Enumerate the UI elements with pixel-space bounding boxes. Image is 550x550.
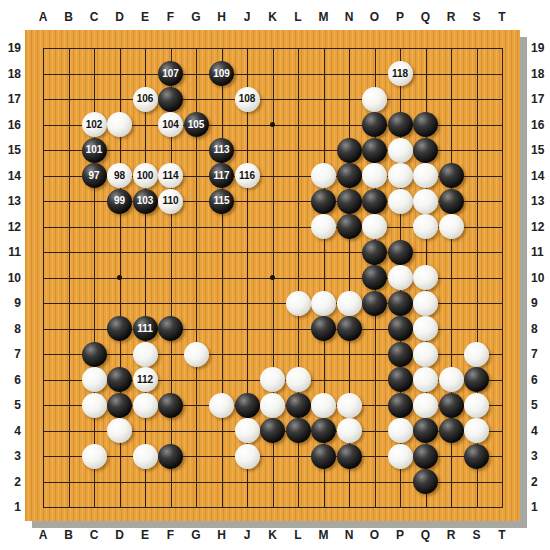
coord-label-right-17: 17 <box>531 92 550 106</box>
coord-label-left-16: 16 <box>1 118 21 132</box>
coord-label-right-12: 12 <box>531 220 550 234</box>
stone-white-J3[interactable] <box>235 444 260 469</box>
coord-label-right-10: 10 <box>531 271 550 285</box>
coord-label-left-13: 13 <box>1 194 21 208</box>
stone-black-O9[interactable] <box>362 291 387 316</box>
stone-white-P13[interactable] <box>388 189 413 214</box>
stone-white-Q12[interactable] <box>413 214 438 239</box>
coord-label-top-F: F <box>161 10 181 24</box>
stone-white-P14[interactable] <box>388 163 413 188</box>
stone-white-F14-move-114[interactable]: 114 <box>158 163 183 188</box>
coord-label-left-17: 17 <box>1 92 21 106</box>
stone-black-G16-move-105[interactable]: 105 <box>184 112 209 137</box>
stone-black-N13[interactable] <box>337 189 362 214</box>
stone-white-G7[interactable] <box>184 342 209 367</box>
coord-label-right-11: 11 <box>531 245 550 259</box>
coord-label-top-C: C <box>84 10 104 24</box>
coord-label-top-G: G <box>186 10 206 24</box>
stone-black-H18-move-109[interactable]: 109 <box>209 61 234 86</box>
coord-label-top-B: B <box>59 10 79 24</box>
coord-label-bottom-N: N <box>339 528 359 542</box>
go-diagram: 1071091181061081021041051011139798100114… <box>0 0 550 550</box>
coord-label-right-1: 1 <box>531 500 550 514</box>
coord-label-right-2: 2 <box>531 475 550 489</box>
stone-white-Q13[interactable] <box>413 189 438 214</box>
stone-black-H13-move-115[interactable]: 115 <box>209 189 234 214</box>
stone-white-D4[interactable] <box>107 418 132 443</box>
stone-white-J4[interactable] <box>235 418 260 443</box>
coord-label-right-6: 6 <box>531 373 550 387</box>
coord-label-top-Q: Q <box>416 10 436 24</box>
coord-label-right-7: 7 <box>531 347 550 361</box>
stone-black-F3[interactable] <box>158 444 183 469</box>
stone-white-L9[interactable] <box>286 291 311 316</box>
stone-white-E17-move-106[interactable]: 106 <box>133 87 158 112</box>
coord-label-right-4: 4 <box>531 424 550 438</box>
stone-black-N15[interactable] <box>337 138 362 163</box>
coord-label-left-15: 15 <box>1 143 21 157</box>
stone-black-L5[interactable] <box>286 393 311 418</box>
coord-label-left-6: 6 <box>1 373 21 387</box>
go-board[interactable]: 1071091181061081021041051011139798100114… <box>25 30 520 521</box>
stone-white-M9[interactable] <box>311 291 336 316</box>
stone-white-C3[interactable] <box>82 444 107 469</box>
coord-label-bottom-D: D <box>110 528 130 542</box>
stone-white-N4[interactable] <box>337 418 362 443</box>
coord-label-bottom-G: G <box>186 528 206 542</box>
stone-white-M12[interactable] <box>311 214 336 239</box>
stone-black-P7[interactable] <box>388 342 413 367</box>
coord-label-left-8: 8 <box>1 322 21 336</box>
stone-white-E6-move-112[interactable]: 112 <box>133 367 158 392</box>
stone-black-Q3[interactable] <box>413 444 438 469</box>
stone-black-R13[interactable] <box>439 189 464 214</box>
coord-label-left-19: 19 <box>1 41 21 55</box>
coord-label-right-15: 15 <box>531 143 550 157</box>
stone-white-J17-move-108[interactable]: 108 <box>235 87 260 112</box>
coord-label-bottom-P: P <box>390 528 410 542</box>
stone-black-S3[interactable] <box>464 444 489 469</box>
stone-black-H14-move-117[interactable]: 117 <box>209 163 234 188</box>
coord-label-bottom-L: L <box>288 528 308 542</box>
stone-white-E7[interactable] <box>133 342 158 367</box>
coord-label-top-O: O <box>365 10 385 24</box>
stone-black-Q16[interactable] <box>413 112 438 137</box>
star-point <box>270 122 275 127</box>
stone-black-D5[interactable] <box>107 393 132 418</box>
stone-black-H15-move-113[interactable]: 113 <box>209 138 234 163</box>
stone-black-P8[interactable] <box>388 316 413 341</box>
coord-label-top-R: R <box>441 10 461 24</box>
stone-white-N5[interactable] <box>337 393 362 418</box>
stone-black-N8[interactable] <box>337 316 362 341</box>
stone-white-P15[interactable] <box>388 138 413 163</box>
coord-label-top-K: K <box>263 10 283 24</box>
stone-white-Q14[interactable] <box>413 163 438 188</box>
coord-label-left-2: 2 <box>1 475 21 489</box>
stone-black-F8[interactable] <box>158 316 183 341</box>
stone-white-O14[interactable] <box>362 163 387 188</box>
coord-label-right-14: 14 <box>531 169 550 183</box>
stone-white-Q10[interactable] <box>413 265 438 290</box>
coord-label-left-3: 3 <box>1 449 21 463</box>
stone-black-D8[interactable] <box>107 316 132 341</box>
star-point <box>270 275 275 280</box>
stone-black-P11[interactable] <box>388 240 413 265</box>
star-point <box>117 275 122 280</box>
stone-black-F18-move-107[interactable]: 107 <box>158 61 183 86</box>
coord-label-left-14: 14 <box>1 169 21 183</box>
stone-black-R14[interactable] <box>439 163 464 188</box>
coord-label-bottom-K: K <box>263 528 283 542</box>
coord-label-top-P: P <box>390 10 410 24</box>
stone-black-N3[interactable] <box>337 444 362 469</box>
stone-black-O16[interactable] <box>362 112 387 137</box>
coord-label-top-J: J <box>237 10 257 24</box>
stone-white-M5[interactable] <box>311 393 336 418</box>
stone-black-Q2[interactable] <box>413 469 438 494</box>
stone-black-R5[interactable] <box>439 393 464 418</box>
coord-label-top-S: S <box>467 10 487 24</box>
stone-black-E8-move-111[interactable]: 111 <box>133 316 158 341</box>
stone-black-F5[interactable] <box>158 393 183 418</box>
coord-label-bottom-T: T <box>492 528 512 542</box>
stone-white-P18-move-118[interactable]: 118 <box>388 61 413 86</box>
stone-black-C7[interactable] <box>82 342 107 367</box>
stone-black-D13-move-99[interactable]: 99 <box>107 189 132 214</box>
coord-label-bottom-H: H <box>212 528 232 542</box>
stone-white-E14-move-100[interactable]: 100 <box>133 163 158 188</box>
coord-label-left-11: 11 <box>1 245 21 259</box>
stone-white-M14[interactable] <box>311 163 336 188</box>
stone-white-R12[interactable] <box>439 214 464 239</box>
stone-white-R6[interactable] <box>439 367 464 392</box>
coord-label-left-7: 7 <box>1 347 21 361</box>
coord-label-bottom-E: E <box>135 528 155 542</box>
coord-label-top-M: M <box>314 10 334 24</box>
stone-white-F13-move-110[interactable]: 110 <box>158 189 183 214</box>
grid-line <box>502 48 503 508</box>
stone-black-O11[interactable] <box>362 240 387 265</box>
coord-label-left-10: 10 <box>1 271 21 285</box>
coord-label-right-19: 19 <box>531 41 550 55</box>
stone-black-P16[interactable] <box>388 112 413 137</box>
stone-black-S6[interactable] <box>464 367 489 392</box>
stone-black-M3[interactable] <box>311 444 336 469</box>
stone-white-Q5[interactable] <box>413 393 438 418</box>
stone-black-M8[interactable] <box>311 316 336 341</box>
stone-white-D16[interactable] <box>107 112 132 137</box>
coord-label-right-18: 18 <box>531 67 550 81</box>
stone-white-E3[interactable] <box>133 444 158 469</box>
stone-white-K6[interactable] <box>260 367 285 392</box>
coord-label-top-N: N <box>339 10 359 24</box>
coord-label-left-1: 1 <box>1 500 21 514</box>
stone-white-Q6[interactable] <box>413 367 438 392</box>
stone-white-Q9[interactable] <box>413 291 438 316</box>
coord-label-top-A: A <box>33 10 53 24</box>
stone-black-C15-move-101[interactable]: 101 <box>82 138 107 163</box>
coord-label-left-9: 9 <box>1 296 21 310</box>
stone-black-P9[interactable] <box>388 291 413 316</box>
coord-label-right-16: 16 <box>531 118 550 132</box>
coord-label-left-18: 18 <box>1 67 21 81</box>
stone-white-F16-move-104[interactable]: 104 <box>158 112 183 137</box>
coord-label-top-L: L <box>288 10 308 24</box>
stone-white-C16-move-102[interactable]: 102 <box>82 112 107 137</box>
stone-black-D6[interactable] <box>107 367 132 392</box>
coord-label-bottom-M: M <box>314 528 334 542</box>
stone-black-O10[interactable] <box>362 265 387 290</box>
coord-label-right-5: 5 <box>531 398 550 412</box>
stone-black-M4[interactable] <box>311 418 336 443</box>
stone-white-O17[interactable] <box>362 87 387 112</box>
coord-label-bottom-Q: Q <box>416 528 436 542</box>
stone-white-H5[interactable] <box>209 393 234 418</box>
coord-label-top-H: H <box>212 10 232 24</box>
coord-label-left-4: 4 <box>1 424 21 438</box>
stone-black-J5[interactable] <box>235 393 260 418</box>
stone-white-S7[interactable] <box>464 342 489 367</box>
stone-white-P4[interactable] <box>388 418 413 443</box>
coord-label-bottom-S: S <box>467 528 487 542</box>
coord-label-right-13: 13 <box>531 194 550 208</box>
stone-black-P6[interactable] <box>388 367 413 392</box>
coord-label-right-3: 3 <box>531 449 550 463</box>
stone-black-O13[interactable] <box>362 189 387 214</box>
stone-black-L4[interactable] <box>286 418 311 443</box>
stone-white-K5[interactable] <box>260 393 285 418</box>
stone-black-P5[interactable] <box>388 393 413 418</box>
stone-white-Q7[interactable] <box>413 342 438 367</box>
stone-white-C6[interactable] <box>82 367 107 392</box>
coord-label-bottom-A: A <box>33 528 53 542</box>
stone-black-R4[interactable] <box>439 418 464 443</box>
stone-white-D14-move-98[interactable]: 98 <box>107 163 132 188</box>
coord-label-left-5: 5 <box>1 398 21 412</box>
stone-white-Q8[interactable] <box>413 316 438 341</box>
stone-white-S4[interactable] <box>464 418 489 443</box>
stone-black-O15[interactable] <box>362 138 387 163</box>
coord-label-top-D: D <box>110 10 130 24</box>
stone-black-Q4[interactable] <box>413 418 438 443</box>
stone-white-P10[interactable] <box>388 265 413 290</box>
stone-black-K4[interactable] <box>260 418 285 443</box>
coord-label-right-9: 9 <box>531 296 550 310</box>
stone-black-N14[interactable] <box>337 163 362 188</box>
coord-label-bottom-F: F <box>161 528 181 542</box>
stone-black-E13-move-103[interactable]: 103 <box>133 189 158 214</box>
coord-label-bottom-J: J <box>237 528 257 542</box>
stone-white-N9[interactable] <box>337 291 362 316</box>
stone-white-O12[interactable] <box>362 214 387 239</box>
stone-white-J14-move-116[interactable]: 116 <box>235 163 260 188</box>
coord-label-top-E: E <box>135 10 155 24</box>
coord-label-bottom-C: C <box>84 528 104 542</box>
grid-line <box>43 507 503 508</box>
stone-white-P3[interactable] <box>388 444 413 469</box>
coord-label-bottom-R: R <box>441 528 461 542</box>
stone-black-M13[interactable] <box>311 189 336 214</box>
stone-black-F17[interactable] <box>158 87 183 112</box>
coord-label-bottom-O: O <box>365 528 385 542</box>
coord-label-bottom-B: B <box>59 528 79 542</box>
stone-white-C5[interactable] <box>82 393 107 418</box>
stone-white-E5[interactable] <box>133 393 158 418</box>
coord-label-left-12: 12 <box>1 220 21 234</box>
stone-white-L6[interactable] <box>286 367 311 392</box>
stone-black-C14-move-97[interactable]: 97 <box>82 163 107 188</box>
stone-black-Q15[interactable] <box>413 138 438 163</box>
stone-black-N12[interactable] <box>337 214 362 239</box>
stone-white-S5[interactable] <box>464 393 489 418</box>
coord-label-right-8: 8 <box>531 322 550 336</box>
coord-label-top-T: T <box>492 10 512 24</box>
